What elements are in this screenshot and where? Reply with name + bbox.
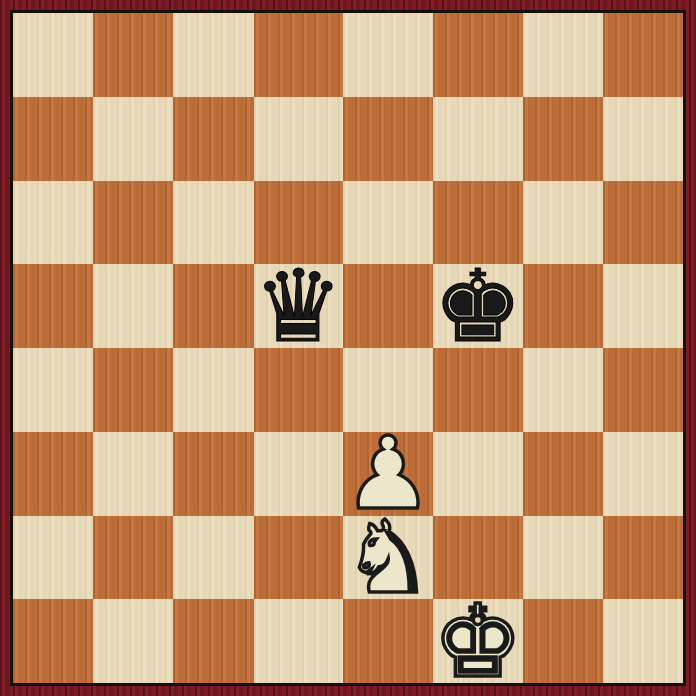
square-b4[interactable] (93, 348, 173, 432)
square-g5[interactable] (523, 264, 603, 348)
square-h1[interactable] (603, 599, 683, 683)
square-b6[interactable] (93, 181, 173, 265)
piece-white-knight[interactable]: ♞ (343, 516, 433, 599)
square-c3[interactable] (173, 432, 253, 516)
square-h7[interactable] (603, 97, 683, 181)
square-f1[interactable]: ♚ (433, 599, 523, 683)
square-a8[interactable] (13, 13, 93, 97)
square-e2[interactable]: ♞ (343, 516, 433, 600)
square-e5[interactable] (343, 264, 433, 348)
square-g2[interactable] (523, 516, 603, 600)
square-a2[interactable] (13, 516, 93, 600)
square-f8[interactable] (433, 13, 523, 97)
square-b2[interactable] (93, 516, 173, 600)
square-h2[interactable] (603, 516, 683, 600)
piece-black-king[interactable]: ♚ (433, 265, 523, 348)
square-b3[interactable] (93, 432, 173, 516)
square-e7[interactable] (343, 97, 433, 181)
square-a3[interactable] (13, 432, 93, 516)
square-a1[interactable] (13, 599, 93, 683)
square-g7[interactable] (523, 97, 603, 181)
square-a6[interactable] (13, 181, 93, 265)
board-frame: ♛♚♟♞♚ (0, 0, 696, 696)
piece-white-king[interactable]: ♚ (433, 600, 523, 683)
square-c2[interactable] (173, 516, 253, 600)
square-b7[interactable] (93, 97, 173, 181)
square-f7[interactable] (433, 97, 523, 181)
square-c6[interactable] (173, 181, 253, 265)
square-g1[interactable] (523, 599, 603, 683)
square-d2[interactable] (254, 516, 344, 600)
square-g3[interactable] (523, 432, 603, 516)
piece-black-queen[interactable]: ♛ (254, 265, 344, 348)
square-f5[interactable]: ♚ (433, 264, 523, 348)
square-e6[interactable] (343, 181, 433, 265)
square-d5[interactable]: ♛ (254, 264, 344, 348)
square-h4[interactable] (603, 348, 683, 432)
chess-board: ♛♚♟♞♚ (10, 10, 686, 686)
square-e8[interactable] (343, 13, 433, 97)
square-f3[interactable] (433, 432, 523, 516)
square-c4[interactable] (173, 348, 253, 432)
square-b8[interactable] (93, 13, 173, 97)
square-a4[interactable] (13, 348, 93, 432)
square-h8[interactable] (603, 13, 683, 97)
square-d4[interactable] (254, 348, 344, 432)
square-c7[interactable] (173, 97, 253, 181)
square-b1[interactable] (93, 599, 173, 683)
square-h5[interactable] (603, 264, 683, 348)
square-g6[interactable] (523, 181, 603, 265)
square-c5[interactable] (173, 264, 253, 348)
square-d7[interactable] (254, 97, 344, 181)
square-g8[interactable] (523, 13, 603, 97)
square-d3[interactable] (254, 432, 344, 516)
square-h3[interactable] (603, 432, 683, 516)
square-d1[interactable] (254, 599, 344, 683)
square-g4[interactable] (523, 348, 603, 432)
square-e1[interactable] (343, 599, 433, 683)
square-c1[interactable] (173, 599, 253, 683)
square-f4[interactable] (433, 348, 523, 432)
square-h6[interactable] (603, 181, 683, 265)
square-d8[interactable] (254, 13, 344, 97)
square-a7[interactable] (13, 97, 93, 181)
square-b5[interactable] (93, 264, 173, 348)
square-a5[interactable] (13, 264, 93, 348)
square-c8[interactable] (173, 13, 253, 97)
